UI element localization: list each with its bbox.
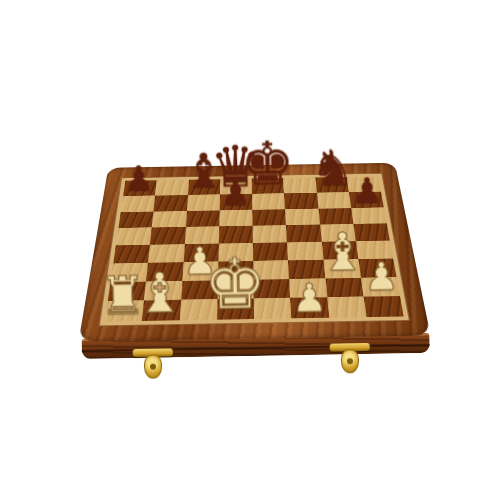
square-c7[interactable] [187, 194, 220, 210]
chess-board: ♟♝♛♚♞♟♟♟♝♟♜♝♚♟ [105, 176, 404, 321]
square-a8[interactable]: ♟ [123, 180, 157, 196]
clasp-pendant-icon [144, 355, 162, 379]
square-b5[interactable] [150, 227, 185, 245]
square-g1[interactable] [327, 297, 366, 318]
square-h7[interactable]: ♟ [349, 192, 384, 208]
square-c6[interactable] [185, 210, 219, 227]
square-f1[interactable]: ♟ [290, 297, 329, 318]
square-d5[interactable] [219, 226, 253, 244]
square-e5[interactable] [253, 225, 288, 243]
square-g3[interactable]: ♝ [323, 259, 361, 278]
square-g7[interactable] [316, 192, 350, 208]
white-pawn[interactable]: ♟ [292, 278, 328, 318]
square-b7[interactable] [154, 195, 188, 211]
square-f7[interactable] [284, 193, 318, 209]
square-g8[interactable]: ♞ [315, 177, 349, 193]
square-h2[interactable]: ♟ [361, 277, 400, 297]
square-b1[interactable]: ♝ [142, 300, 181, 321]
board-frame: ♟♝♛♚♞♟♟♟♝♟♜♝♚♟ [78, 163, 430, 342]
square-a7[interactable] [121, 195, 156, 211]
square-e7[interactable] [252, 193, 285, 209]
square-d7[interactable]: ♟ [219, 194, 252, 210]
chess-box: ♟♝♛♚♞♟♟♟♝♟♜♝♚♟ [0, 0, 500, 500]
photo-scene: ♟♝♛♚♞♟♟♟♝♟♜♝♚♟ [0, 0, 500, 500]
white-bishop[interactable]: ♝ [135, 266, 185, 321]
square-a4[interactable] [113, 245, 150, 263]
white-bishop[interactable]: ♝ [319, 225, 367, 278]
square-f4[interactable] [287, 242, 323, 260]
square-f6[interactable] [285, 208, 320, 225]
square-d6[interactable] [219, 209, 253, 226]
black-pawn[interactable]: ♟ [220, 175, 252, 210]
board-margin: ♟♝♛♚♞♟♟♟♝♟♜♝♚♟ [99, 173, 410, 326]
square-a5[interactable] [116, 228, 152, 246]
black-pawn[interactable]: ♟ [123, 162, 154, 196]
square-b4[interactable] [148, 244, 184, 262]
black-pawn[interactable]: ♟ [351, 173, 383, 208]
square-b6[interactable] [152, 211, 187, 228]
brass-clasp-right [329, 329, 370, 374]
black-knight[interactable]: ♞ [310, 143, 355, 193]
brass-clasp-left [132, 334, 173, 379]
square-g2[interactable] [325, 277, 363, 297]
clasp-pendant-icon [341, 349, 359, 373]
white-pawn[interactable]: ♟ [364, 258, 399, 297]
white-king[interactable]: ♚ [203, 249, 267, 320]
square-f5[interactable] [286, 225, 321, 243]
square-e8[interactable]: ♚ [252, 178, 284, 194]
square-e6[interactable] [252, 209, 286, 226]
square-a6[interactable] [118, 211, 153, 228]
square-h1[interactable] [363, 296, 403, 317]
square-d1[interactable]: ♚ [217, 299, 254, 320]
board-top: ♟♝♛♚♞♟♟♟♝♟♜♝♚♟ [78, 163, 430, 342]
